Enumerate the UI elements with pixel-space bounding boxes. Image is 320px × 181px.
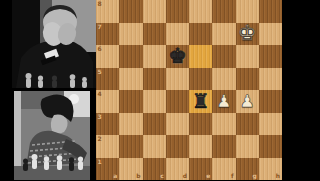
square-c5[interactable] (143, 68, 166, 91)
square-d4[interactable] (166, 90, 189, 113)
square-d8[interactable] (166, 0, 189, 23)
square-b5[interactable] (119, 68, 142, 91)
square-h7[interactable] (259, 23, 282, 46)
square-a4[interactable]: 4 (96, 90, 119, 113)
square-f4[interactable]: ♟ (212, 90, 235, 113)
square-h8[interactable] (259, 0, 282, 23)
square-f5[interactable] (212, 68, 235, 91)
square-c3[interactable] (143, 113, 166, 136)
square-e7[interactable] (189, 23, 212, 46)
square-e1[interactable]: e (189, 158, 212, 181)
square-f6[interactable] (212, 45, 235, 68)
rank-label-3: 3 (98, 114, 102, 120)
square-e6[interactable] (189, 45, 212, 68)
square-f1[interactable]: f (212, 158, 235, 181)
square-a7[interactable]: 7 (96, 23, 119, 46)
chess-board: 87♚6♚54♜♟♟321abcdefgh (96, 0, 282, 180)
bottom-player-photo (14, 91, 90, 180)
square-d3[interactable] (166, 113, 189, 136)
square-f8[interactable] (212, 0, 235, 23)
rank-label-6: 6 (98, 46, 102, 52)
square-b6[interactable] (119, 45, 142, 68)
square-d1[interactable]: d (166, 158, 189, 181)
square-h4[interactable] (259, 90, 282, 113)
square-e2[interactable] (189, 135, 212, 158)
white-king-g7[interactable]: ♚ (236, 23, 259, 46)
rank-label-8: 8 (98, 1, 102, 7)
rank-label-2: 2 (98, 136, 102, 142)
file-label-g: g (252, 173, 256, 179)
square-h2[interactable] (259, 135, 282, 158)
file-label-b: b (136, 173, 140, 179)
square-d2[interactable] (166, 135, 189, 158)
file-label-e: e (206, 173, 210, 179)
square-e3[interactable] (189, 113, 212, 136)
square-h1[interactable]: h (259, 158, 282, 181)
square-g1[interactable]: g (236, 158, 259, 181)
file-label-c: c (160, 173, 164, 179)
square-h5[interactable] (259, 68, 282, 91)
square-c7[interactable] (143, 23, 166, 46)
player-at-board-illustration (14, 91, 90, 180)
file-label-h: h (276, 173, 280, 179)
square-g7[interactable]: ♚ (236, 23, 259, 46)
square-c2[interactable] (143, 135, 166, 158)
square-g2[interactable] (236, 135, 259, 158)
square-c4[interactable] (143, 90, 166, 113)
rank-label-5: 5 (98, 69, 102, 75)
square-c6[interactable] (143, 45, 166, 68)
square-g5[interactable] (236, 68, 259, 91)
square-f2[interactable] (212, 135, 235, 158)
square-e4[interactable]: ♜ (189, 90, 212, 113)
square-a5[interactable]: 5 (96, 68, 119, 91)
square-e5[interactable] (189, 68, 212, 91)
file-label-d: d (183, 173, 187, 179)
square-g6[interactable] (236, 45, 259, 68)
black-rook-e4[interactable]: ♜ (189, 90, 212, 113)
square-d5[interactable] (166, 68, 189, 91)
square-f7[interactable] (212, 23, 235, 46)
player-thinking-illustration (12, 0, 96, 88)
square-a1[interactable]: 1a (96, 158, 119, 181)
square-a2[interactable]: 2 (96, 135, 119, 158)
square-g3[interactable] (236, 113, 259, 136)
square-b1[interactable]: b (119, 158, 142, 181)
square-b2[interactable] (119, 135, 142, 158)
file-label-a: a (113, 173, 117, 179)
square-f3[interactable] (212, 113, 235, 136)
square-b7[interactable] (119, 23, 142, 46)
square-c8[interactable] (143, 0, 166, 23)
rank-label-4: 4 (98, 91, 102, 97)
square-g4[interactable]: ♟ (236, 90, 259, 113)
top-player-photo (12, 0, 96, 88)
square-a6[interactable]: 6 (96, 45, 119, 68)
file-label-f: f (231, 173, 234, 179)
square-b3[interactable] (119, 113, 142, 136)
rank-label-1: 1 (98, 159, 102, 165)
square-b4[interactable] (119, 90, 142, 113)
square-d6[interactable]: ♚ (166, 45, 189, 68)
square-c1[interactable]: c (143, 158, 166, 181)
square-g8[interactable] (236, 0, 259, 23)
white-pawn-f4[interactable]: ♟ (212, 90, 235, 114)
square-a8[interactable]: 8 (96, 0, 119, 23)
square-e8[interactable] (189, 0, 212, 23)
square-a3[interactable]: 3 (96, 113, 119, 136)
black-king-d6[interactable]: ♚ (166, 45, 189, 68)
white-pawn-g4[interactable]: ♟ (236, 90, 259, 114)
square-d7[interactable] (166, 23, 189, 46)
square-h3[interactable] (259, 113, 282, 136)
square-b8[interactable] (119, 0, 142, 23)
square-h6[interactable] (259, 45, 282, 68)
rank-label-7: 7 (98, 24, 102, 30)
